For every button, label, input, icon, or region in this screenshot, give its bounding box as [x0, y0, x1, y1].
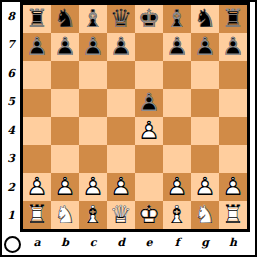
- square-f7[interactable]: ♟♙: [163, 33, 191, 61]
- square-e8[interactable]: ♚♔: [135, 5, 163, 33]
- piece-outline: ♙: [107, 33, 135, 61]
- square-a8[interactable]: ♜♖: [23, 5, 51, 33]
- square-e7[interactable]: [135, 33, 163, 61]
- piece-fill: ♞: [191, 5, 219, 33]
- piece-fill: ♟: [51, 173, 79, 201]
- piece-outline: ♔: [135, 5, 163, 33]
- rank-label-column: 87654321: [2, 2, 20, 230]
- square-b4[interactable]: [51, 117, 79, 145]
- rank-label-2: 2: [2, 173, 20, 202]
- square-d8[interactable]: ♛♕: [107, 5, 135, 33]
- square-f8[interactable]: ♝♗: [163, 5, 191, 33]
- square-h4[interactable]: [219, 117, 247, 145]
- board-grid: ♜♖♞♘♝♗♛♕♚♔♝♗♞♘♜♖♟♙♟♙♟♙♟♙♟♙♟♙♟♙♟♙♟♙♟♙♟♙♟♙…: [23, 5, 247, 229]
- square-g5[interactable]: [191, 89, 219, 117]
- piece-fill: ♟: [219, 173, 247, 201]
- piece-fill: ♚: [135, 5, 163, 33]
- piece-outline: ♗: [79, 201, 107, 229]
- piece-fill: ♟: [51, 33, 79, 61]
- square-a7[interactable]: ♟♙: [23, 33, 51, 61]
- piece-outline: ♙: [23, 173, 51, 201]
- square-c1[interactable]: ♝♗: [79, 201, 107, 229]
- square-e1[interactable]: ♚♔: [135, 201, 163, 229]
- piece-outline: ♘: [191, 201, 219, 229]
- square-a3[interactable]: [23, 145, 51, 173]
- square-h2[interactable]: ♟♙: [219, 173, 247, 201]
- piece-outline: ♙: [135, 89, 163, 117]
- square-f3[interactable]: [163, 145, 191, 173]
- square-c4[interactable]: [79, 117, 107, 145]
- piece-fill: ♟: [107, 33, 135, 61]
- piece-fill: ♛: [107, 5, 135, 33]
- black-bishop: ♝♗: [79, 5, 107, 33]
- piece-outline: ♙: [51, 173, 79, 201]
- white-knight: ♞♘: [191, 201, 219, 229]
- piece-fill: ♛: [107, 201, 135, 229]
- piece-outline: ♘: [191, 5, 219, 33]
- piece-outline: ♙: [191, 173, 219, 201]
- piece-outline: ♕: [107, 201, 135, 229]
- square-g8[interactable]: ♞♘: [191, 5, 219, 33]
- rank-label-7: 7: [2, 31, 20, 60]
- piece-fill: ♟: [79, 173, 107, 201]
- black-pawn: ♟♙: [163, 33, 191, 61]
- piece-outline: ♗: [163, 201, 191, 229]
- square-e5[interactable]: ♟♙: [135, 89, 163, 117]
- piece-outline: ♙: [191, 33, 219, 61]
- square-b3[interactable]: [51, 145, 79, 173]
- piece-fill: ♟: [23, 173, 51, 201]
- black-rook: ♜♖: [23, 5, 51, 33]
- square-a2[interactable]: ♟♙: [23, 173, 51, 201]
- square-d2[interactable]: ♟♙: [107, 173, 135, 201]
- square-a6[interactable]: [23, 61, 51, 89]
- square-c6[interactable]: [79, 61, 107, 89]
- piece-fill: ♚: [135, 201, 163, 229]
- piece-fill: ♟: [135, 117, 163, 145]
- square-h5[interactable]: [219, 89, 247, 117]
- piece-outline: ♙: [135, 117, 163, 145]
- square-b5[interactable]: [51, 89, 79, 117]
- piece-fill: ♝: [163, 201, 191, 229]
- piece-outline: ♕: [107, 5, 135, 33]
- piece-outline: ♘: [51, 201, 79, 229]
- square-c2[interactable]: ♟♙: [79, 173, 107, 201]
- piece-fill: ♞: [191, 201, 219, 229]
- black-pawn: ♟♙: [107, 33, 135, 61]
- white-pawn: ♟♙: [23, 173, 51, 201]
- black-pawn: ♟♙: [79, 33, 107, 61]
- square-f1[interactable]: ♝♗: [163, 201, 191, 229]
- black-pawn: ♟♙: [219, 33, 247, 61]
- piece-outline: ♙: [163, 173, 191, 201]
- piece-outline: ♘: [51, 5, 79, 33]
- piece-fill: ♞: [51, 201, 79, 229]
- piece-outline: ♙: [23, 33, 51, 61]
- white-pawn: ♟♙: [219, 173, 247, 201]
- square-c7[interactable]: ♟♙: [79, 33, 107, 61]
- rank-label-1: 1: [2, 202, 20, 231]
- white-pawn: ♟♙: [135, 117, 163, 145]
- square-f4[interactable]: [163, 117, 191, 145]
- square-e3[interactable]: [135, 145, 163, 173]
- square-h8[interactable]: ♜♖: [219, 5, 247, 33]
- file-label-row: abcdefgh: [20, 232, 253, 252]
- square-h3[interactable]: [219, 145, 247, 173]
- piece-fill: ♜: [23, 201, 51, 229]
- file-label-a: a: [23, 232, 51, 252]
- square-d1[interactable]: ♛♕: [107, 201, 135, 229]
- piece-fill: ♜: [23, 5, 51, 33]
- chess-board: ♜♖♞♘♝♗♛♕♚♔♝♗♞♘♜♖♟♙♟♙♟♙♟♙♟♙♟♙♟♙♟♙♟♙♟♙♟♙♟♙…: [20, 2, 250, 232]
- piece-outline: ♗: [79, 5, 107, 33]
- piece-outline: ♖: [219, 201, 247, 229]
- white-queen: ♛♕: [107, 201, 135, 229]
- piece-fill: ♝: [79, 5, 107, 33]
- piece-outline: ♖: [219, 5, 247, 33]
- file-label-b: b: [51, 232, 79, 252]
- square-g6[interactable]: [191, 61, 219, 89]
- piece-outline: ♖: [23, 5, 51, 33]
- white-pawn: ♟♙: [107, 173, 135, 201]
- white-to-move-indicator: [4, 236, 21, 253]
- square-d6[interactable]: [107, 61, 135, 89]
- square-e6[interactable]: [135, 61, 163, 89]
- white-pawn: ♟♙: [191, 173, 219, 201]
- piece-fill: ♟: [163, 173, 191, 201]
- black-queen: ♛♕: [107, 5, 135, 33]
- square-e2[interactable]: [135, 173, 163, 201]
- square-g2[interactable]: ♟♙: [191, 173, 219, 201]
- file-label-h: h: [219, 232, 247, 252]
- white-bishop: ♝♗: [163, 201, 191, 229]
- square-a1[interactable]: ♜♖: [23, 201, 51, 229]
- square-c3[interactable]: [79, 145, 107, 173]
- piece-outline: ♖: [23, 201, 51, 229]
- square-b8[interactable]: ♞♘: [51, 5, 79, 33]
- rank-label-4: 4: [2, 116, 20, 145]
- square-c5[interactable]: [79, 89, 107, 117]
- white-rook: ♜♖: [219, 201, 247, 229]
- piece-fill: ♞: [51, 5, 79, 33]
- piece-outline: ♙: [219, 33, 247, 61]
- white-pawn: ♟♙: [163, 173, 191, 201]
- file-label-e: e: [135, 232, 163, 252]
- square-h1[interactable]: ♜♖: [219, 201, 247, 229]
- piece-fill: ♟: [191, 173, 219, 201]
- piece-fill: ♟: [107, 173, 135, 201]
- piece-outline: ♙: [219, 173, 247, 201]
- square-h7[interactable]: ♟♙: [219, 33, 247, 61]
- piece-fill: ♟: [79, 33, 107, 61]
- white-pawn: ♟♙: [79, 173, 107, 201]
- file-label-f: f: [163, 232, 191, 252]
- black-pawn: ♟♙: [135, 89, 163, 117]
- rank-label-8: 8: [2, 2, 20, 31]
- square-g4[interactable]: [191, 117, 219, 145]
- rank-label-6: 6: [2, 59, 20, 88]
- piece-fill: ♜: [219, 201, 247, 229]
- piece-fill: ♟: [219, 33, 247, 61]
- square-f5[interactable]: [163, 89, 191, 117]
- piece-outline: ♙: [51, 33, 79, 61]
- square-a4[interactable]: [23, 117, 51, 145]
- piece-fill: ♜: [219, 5, 247, 33]
- black-king: ♚♔: [135, 5, 163, 33]
- white-pawn: ♟♙: [51, 173, 79, 201]
- square-b1[interactable]: ♞♘: [51, 201, 79, 229]
- white-knight: ♞♘: [51, 201, 79, 229]
- square-g1[interactable]: ♞♘: [191, 201, 219, 229]
- file-label-g: g: [191, 232, 219, 252]
- square-d4[interactable]: [107, 117, 135, 145]
- square-g7[interactable]: ♟♙: [191, 33, 219, 61]
- black-knight: ♞♘: [191, 5, 219, 33]
- piece-outline: ♗: [163, 5, 191, 33]
- piece-outline: ♙: [107, 173, 135, 201]
- white-king: ♚♔: [135, 201, 163, 229]
- piece-fill: ♝: [163, 5, 191, 33]
- square-d3[interactable]: [107, 145, 135, 173]
- piece-outline: ♙: [79, 33, 107, 61]
- square-h6[interactable]: [219, 61, 247, 89]
- file-label-c: c: [79, 232, 107, 252]
- square-b2[interactable]: ♟♙: [51, 173, 79, 201]
- square-c8[interactable]: ♝♗: [79, 5, 107, 33]
- piece-fill: ♟: [23, 33, 51, 61]
- black-rook: ♜♖: [219, 5, 247, 33]
- piece-fill: ♟: [135, 89, 163, 117]
- piece-fill: ♟: [163, 33, 191, 61]
- white-rook: ♜♖: [23, 201, 51, 229]
- file-label-d: d: [107, 232, 135, 252]
- black-pawn: ♟♙: [51, 33, 79, 61]
- square-b7[interactable]: ♟♙: [51, 33, 79, 61]
- rank-label-5: 5: [2, 88, 20, 117]
- piece-outline: ♙: [79, 173, 107, 201]
- piece-outline: ♔: [135, 201, 163, 229]
- square-g3[interactable]: [191, 145, 219, 173]
- white-bishop: ♝♗: [79, 201, 107, 229]
- rank-label-3: 3: [2, 145, 20, 174]
- square-d5[interactable]: [107, 89, 135, 117]
- square-d7[interactable]: ♟♙: [107, 33, 135, 61]
- square-f6[interactable]: [163, 61, 191, 89]
- piece-fill: ♟: [191, 33, 219, 61]
- black-knight: ♞♘: [51, 5, 79, 33]
- square-b6[interactable]: [51, 61, 79, 89]
- piece-fill: ♝: [79, 201, 107, 229]
- square-f2[interactable]: ♟♙: [163, 173, 191, 201]
- square-e4[interactable]: ♟♙: [135, 117, 163, 145]
- piece-outline: ♙: [163, 33, 191, 61]
- square-a5[interactable]: [23, 89, 51, 117]
- black-pawn: ♟♙: [191, 33, 219, 61]
- black-pawn: ♟♙: [23, 33, 51, 61]
- black-bishop: ♝♗: [163, 5, 191, 33]
